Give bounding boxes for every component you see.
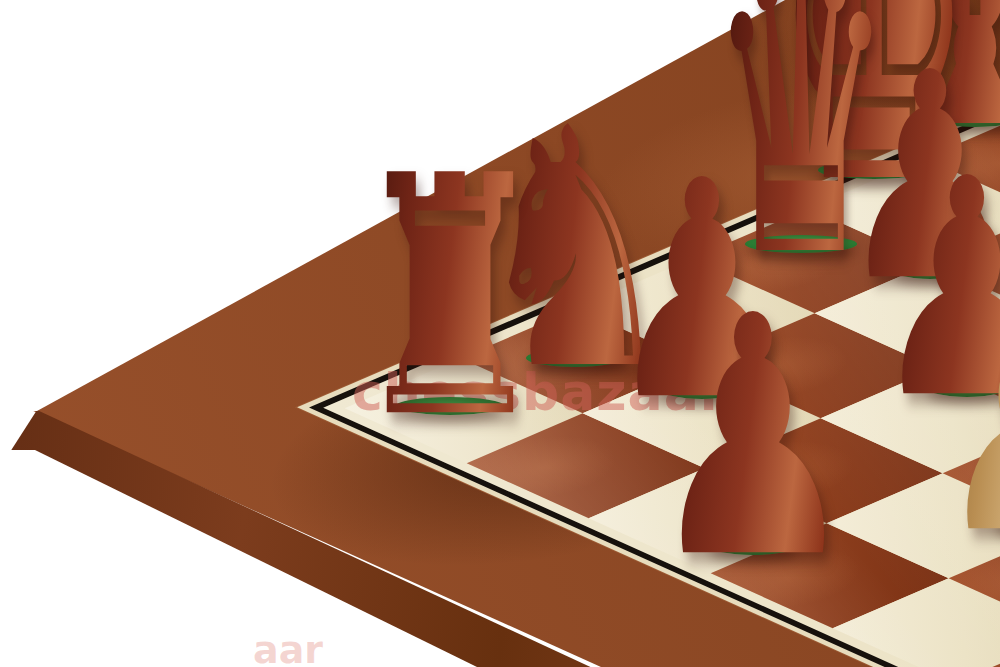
piece-black-pawn-a6: ♟ [646, 273, 859, 603]
piece-white-pawn-b5: ♟ [935, 275, 1000, 575]
chess-product-photo: chessbazaar aar ♜♞♛♚♝♟♟♟♟♟ [0, 0, 1000, 667]
piece-black-rook-a8: ♜ [349, 133, 550, 463]
